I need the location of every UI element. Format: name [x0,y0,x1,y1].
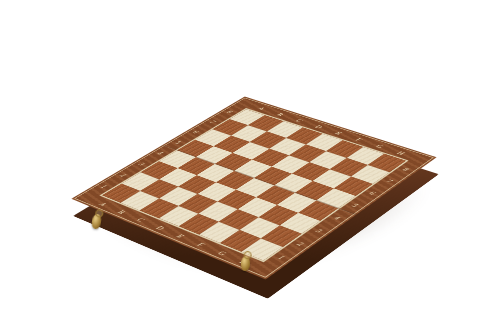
board-top-face: ABCDEFGH 87654321 87654321 ABCDEFGH ♜♞♝♛… [71,97,436,280]
piece-white-rook: ♜ [247,247,276,250]
square-h7: ♟ [351,165,389,184]
chess-board: ABCDEFGH 87654321 87654321 ABCDEFGH ♜♞♝♛… [71,97,436,280]
chess-set-photo: ABCDEFGH 87654321 87654321 ABCDEFGH ♜♞♝♛… [0,0,500,333]
piece-black-pawn: ♟ [357,172,384,175]
scene: ABCDEFGH 87654321 87654321 ABCDEFGH ♜♞♝♛… [0,0,500,333]
perspective-wrapper: ABCDEFGH 87654321 87654321 ABCDEFGH ♜♞♝♛… [0,0,500,333]
